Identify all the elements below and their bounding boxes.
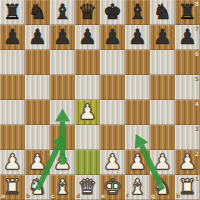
piece-white-pawn[interactable]: ♟ bbox=[125, 150, 150, 175]
piece-black-rook[interactable]: ♜ bbox=[175, 0, 200, 25]
square-b1[interactable]: b♞ bbox=[25, 175, 50, 200]
square-g7[interactable]: ♟ bbox=[150, 25, 175, 50]
square-d4[interactable]: ♟ bbox=[75, 100, 100, 125]
square-h2[interactable]: 2♟ bbox=[175, 150, 200, 175]
square-g4[interactable] bbox=[150, 100, 175, 125]
square-d2[interactable] bbox=[75, 150, 100, 175]
square-e4[interactable] bbox=[100, 100, 125, 125]
square-h5[interactable]: 5 bbox=[175, 75, 200, 100]
square-b7[interactable]: ♟ bbox=[25, 25, 50, 50]
piece-white-bishop[interactable]: ♝ bbox=[50, 175, 75, 200]
piece-white-king[interactable]: ♚ bbox=[100, 175, 125, 200]
square-f6[interactable] bbox=[125, 50, 150, 75]
square-f1[interactable]: f♝ bbox=[125, 175, 150, 200]
square-f3[interactable] bbox=[125, 125, 150, 150]
square-c6[interactable] bbox=[50, 50, 75, 75]
square-a6[interactable] bbox=[0, 50, 25, 75]
piece-black-pawn[interactable]: ♟ bbox=[100, 25, 125, 50]
piece-white-knight[interactable]: ♞ bbox=[150, 175, 175, 200]
piece-white-pawn[interactable]: ♟ bbox=[25, 150, 50, 175]
piece-black-rook[interactable]: ♜ bbox=[0, 0, 25, 25]
square-d3[interactable] bbox=[75, 125, 100, 150]
square-h4[interactable]: 4 bbox=[175, 100, 200, 125]
square-a8[interactable]: ♜ bbox=[0, 0, 25, 25]
board-squares: ♜♞♝♛♚♝♞8♜♟♟♟♟♟♟♟7♟65♟43♟♟♟♟♟♟2♟a♜b♞c♝d♛e… bbox=[0, 0, 200, 200]
piece-black-king[interactable]: ♚ bbox=[100, 0, 125, 25]
square-c4[interactable] bbox=[50, 100, 75, 125]
square-c2[interactable]: ♟ bbox=[50, 150, 75, 175]
rank-label-5: 5 bbox=[195, 76, 199, 82]
piece-white-bishop[interactable]: ♝ bbox=[125, 175, 150, 200]
chess-board: ♜♞♝♛♚♝♞8♜♟♟♟♟♟♟♟7♟65♟43♟♟♟♟♟♟2♟a♜b♞c♝d♛e… bbox=[0, 0, 200, 200]
piece-black-knight[interactable]: ♞ bbox=[25, 0, 50, 25]
piece-black-pawn[interactable]: ♟ bbox=[125, 25, 150, 50]
piece-white-rook[interactable]: ♜ bbox=[0, 175, 25, 200]
square-b8[interactable]: ♞ bbox=[25, 0, 50, 25]
square-b6[interactable] bbox=[25, 50, 50, 75]
piece-white-pawn[interactable]: ♟ bbox=[100, 150, 125, 175]
square-e3[interactable] bbox=[100, 125, 125, 150]
piece-white-queen[interactable]: ♛ bbox=[75, 175, 100, 200]
square-a1[interactable]: a♜ bbox=[0, 175, 25, 200]
square-g6[interactable] bbox=[150, 50, 175, 75]
square-h8[interactable]: 8♜ bbox=[175, 0, 200, 25]
square-e6[interactable] bbox=[100, 50, 125, 75]
piece-white-pawn[interactable]: ♟ bbox=[175, 150, 200, 175]
square-f7[interactable]: ♟ bbox=[125, 25, 150, 50]
square-b4[interactable] bbox=[25, 100, 50, 125]
square-g8[interactable]: ♞ bbox=[150, 0, 175, 25]
piece-black-bishop[interactable]: ♝ bbox=[125, 0, 150, 25]
square-e1[interactable]: e♚ bbox=[100, 175, 125, 200]
square-b3[interactable] bbox=[25, 125, 50, 150]
square-c1[interactable]: c♝ bbox=[50, 175, 75, 200]
square-f4[interactable] bbox=[125, 100, 150, 125]
rank-label-3: 3 bbox=[195, 126, 199, 132]
piece-white-pawn[interactable]: ♟ bbox=[50, 150, 75, 175]
piece-black-pawn[interactable]: ♟ bbox=[25, 25, 50, 50]
piece-black-pawn[interactable]: ♟ bbox=[50, 25, 75, 50]
square-b2[interactable]: ♟ bbox=[25, 150, 50, 175]
piece-black-pawn[interactable]: ♟ bbox=[0, 25, 25, 50]
square-c5[interactable] bbox=[50, 75, 75, 100]
square-f5[interactable] bbox=[125, 75, 150, 100]
square-f8[interactable]: ♝ bbox=[125, 0, 150, 25]
square-c8[interactable]: ♝ bbox=[50, 0, 75, 25]
square-b5[interactable] bbox=[25, 75, 50, 100]
square-e7[interactable]: ♟ bbox=[100, 25, 125, 50]
square-h7[interactable]: 7♟ bbox=[175, 25, 200, 50]
square-g2[interactable]: ♟ bbox=[150, 150, 175, 175]
piece-black-pawn[interactable]: ♟ bbox=[150, 25, 175, 50]
square-a5[interactable] bbox=[0, 75, 25, 100]
rank-label-6: 6 bbox=[195, 51, 199, 57]
piece-black-queen[interactable]: ♛ bbox=[75, 0, 100, 25]
square-a7[interactable]: ♟ bbox=[0, 25, 25, 50]
square-g1[interactable]: g♞ bbox=[150, 175, 175, 200]
square-d6[interactable] bbox=[75, 50, 100, 75]
piece-white-rook[interactable]: ♜ bbox=[175, 175, 200, 200]
square-d7[interactable]: ♟ bbox=[75, 25, 100, 50]
piece-black-pawn[interactable]: ♟ bbox=[175, 25, 200, 50]
square-a2[interactable]: ♟ bbox=[0, 150, 25, 175]
square-h1[interactable]: 1h♜ bbox=[175, 175, 200, 200]
square-d5[interactable] bbox=[75, 75, 100, 100]
square-e2[interactable]: ♟ bbox=[100, 150, 125, 175]
square-c3[interactable] bbox=[50, 125, 75, 150]
piece-black-bishop[interactable]: ♝ bbox=[50, 0, 75, 25]
piece-black-knight[interactable]: ♞ bbox=[150, 0, 175, 25]
square-d1[interactable]: d♛ bbox=[75, 175, 100, 200]
square-e8[interactable]: ♚ bbox=[100, 0, 125, 25]
square-a4[interactable] bbox=[0, 100, 25, 125]
rank-label-4: 4 bbox=[195, 101, 199, 107]
square-c7[interactable]: ♟ bbox=[50, 25, 75, 50]
square-a3[interactable] bbox=[0, 125, 25, 150]
square-g3[interactable] bbox=[150, 125, 175, 150]
square-f2[interactable]: ♟ bbox=[125, 150, 150, 175]
piece-black-pawn[interactable]: ♟ bbox=[75, 25, 100, 50]
square-h6[interactable]: 6 bbox=[175, 50, 200, 75]
square-e5[interactable] bbox=[100, 75, 125, 100]
piece-white-pawn[interactable]: ♟ bbox=[150, 150, 175, 175]
square-g5[interactable] bbox=[150, 75, 175, 100]
piece-white-pawn[interactable]: ♟ bbox=[75, 100, 100, 125]
square-h3[interactable]: 3 bbox=[175, 125, 200, 150]
piece-white-knight[interactable]: ♞ bbox=[25, 175, 50, 200]
piece-white-pawn[interactable]: ♟ bbox=[0, 150, 25, 175]
square-d8[interactable]: ♛ bbox=[75, 0, 100, 25]
